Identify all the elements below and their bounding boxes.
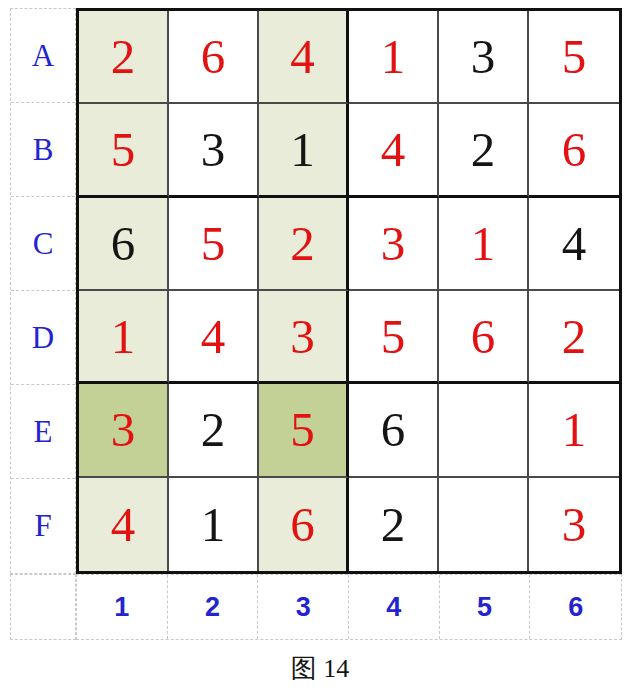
cell-C2[interactable]: 5 [169, 198, 259, 291]
cell-C4[interactable]: 3 [349, 198, 439, 291]
cell-C6[interactable]: 4 [529, 198, 619, 291]
col-label-row: 123456 [76, 574, 622, 640]
cell-F1[interactable]: 4 [79, 478, 169, 571]
cell-B5[interactable]: 2 [439, 104, 529, 197]
cell-A1[interactable]: 2 [79, 11, 169, 104]
cell-C3[interactable]: 2 [259, 198, 349, 291]
cell-E5[interactable] [439, 384, 529, 477]
col-label-3: 3 [258, 575, 349, 639]
cell-E6[interactable]: 1 [529, 384, 619, 477]
col-label-1: 1 [77, 575, 168, 639]
figure-caption: 图 14 [0, 651, 640, 686]
cell-C1[interactable]: 6 [79, 198, 169, 291]
cell-D3[interactable]: 3 [259, 291, 349, 384]
cell-D6[interactable]: 2 [529, 291, 619, 384]
row-label-D: D [11, 291, 75, 385]
cell-D1[interactable]: 1 [79, 291, 169, 384]
cell-E1[interactable]: 3 [79, 384, 169, 477]
cell-A5[interactable]: 3 [439, 11, 529, 104]
corner-empty-cell [10, 574, 76, 640]
cell-F4[interactable]: 2 [349, 478, 439, 571]
col-label-4: 4 [349, 575, 440, 639]
cell-F5[interactable] [439, 478, 529, 571]
row-label-E: E [11, 385, 75, 479]
cell-A2[interactable]: 6 [169, 11, 259, 104]
cell-A6[interactable]: 5 [529, 11, 619, 104]
sudoku-board: 2641355314266523141435623256141623 [76, 8, 622, 574]
cell-E4[interactable]: 6 [349, 384, 439, 477]
sudoku-figure: ABCDEF 264135531426652314143562325614162… [0, 0, 640, 695]
cell-D5[interactable]: 6 [439, 291, 529, 384]
cell-D4[interactable]: 5 [349, 291, 439, 384]
row-label-C: C [11, 197, 75, 291]
cell-E3[interactable]: 5 [259, 384, 349, 477]
row-label-B: B [11, 103, 75, 197]
col-label-6: 6 [530, 575, 621, 639]
cell-C5[interactable]: 1 [439, 198, 529, 291]
cell-F6[interactable]: 3 [529, 478, 619, 571]
row-label-F: F [11, 479, 75, 573]
cell-B2[interactable]: 3 [169, 104, 259, 197]
cell-D2[interactable]: 4 [169, 291, 259, 384]
cell-B6[interactable]: 6 [529, 104, 619, 197]
col-label-5: 5 [440, 575, 531, 639]
cell-B3[interactable]: 1 [259, 104, 349, 197]
cell-B4[interactable]: 4 [349, 104, 439, 197]
cell-E2[interactable]: 2 [169, 384, 259, 477]
cell-A3[interactable]: 4 [259, 11, 349, 104]
row-label-column: ABCDEF [10, 8, 76, 574]
cell-B1[interactable]: 5 [79, 104, 169, 197]
cell-F3[interactable]: 6 [259, 478, 349, 571]
cell-F2[interactable]: 1 [169, 478, 259, 571]
col-label-2: 2 [168, 575, 259, 639]
row-label-A: A [11, 9, 75, 103]
cell-A4[interactable]: 1 [349, 11, 439, 104]
